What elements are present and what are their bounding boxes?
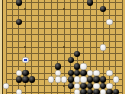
white-stone bbox=[93, 83, 99, 89]
black-stone bbox=[68, 57, 74, 63]
black-stone bbox=[87, 89, 93, 94]
black-stone bbox=[55, 63, 61, 69]
black-stone bbox=[93, 89, 99, 94]
black-stone bbox=[113, 89, 119, 94]
black-stone bbox=[74, 51, 80, 57]
white-stone bbox=[93, 70, 99, 76]
white-stone bbox=[61, 76, 67, 82]
black-stone bbox=[87, 0, 93, 6]
white-stone bbox=[106, 19, 112, 25]
white-stone bbox=[106, 70, 112, 76]
black-stone bbox=[100, 6, 106, 12]
grid-hline bbox=[6, 2, 123, 3]
black-stone bbox=[100, 76, 106, 82]
white-stone bbox=[80, 63, 86, 69]
star-point bbox=[63, 8, 65, 10]
white-stone bbox=[100, 44, 106, 50]
white-stone bbox=[113, 76, 119, 82]
grid-hline bbox=[6, 66, 123, 67]
black-stone bbox=[16, 76, 22, 82]
black-stone bbox=[16, 19, 22, 25]
white-stone bbox=[80, 76, 86, 82]
white-stone bbox=[74, 89, 80, 94]
go-board-screenshot bbox=[0, 0, 125, 94]
white-stone bbox=[48, 76, 54, 82]
white-stone bbox=[3, 83, 9, 89]
star-point bbox=[63, 85, 65, 87]
white-stone bbox=[16, 89, 22, 94]
black-stone bbox=[22, 76, 28, 82]
grid-hline bbox=[6, 28, 123, 29]
white-stone bbox=[55, 76, 61, 82]
last-move-marker bbox=[24, 59, 27, 62]
grid-hline bbox=[6, 53, 123, 54]
black-stone bbox=[68, 83, 74, 89]
go-board[interactable] bbox=[0, 0, 125, 94]
white-stone bbox=[87, 70, 93, 76]
grid-hline bbox=[6, 15, 123, 16]
grid-hline bbox=[6, 34, 123, 35]
grid-hline bbox=[6, 41, 123, 42]
black-stone bbox=[68, 76, 74, 82]
black-stone bbox=[74, 63, 80, 69]
white-stone bbox=[74, 76, 80, 82]
black-stone bbox=[80, 89, 86, 94]
white-stone bbox=[16, 70, 22, 76]
black-stone bbox=[106, 89, 112, 94]
board-left-edge bbox=[2, 0, 3, 94]
black-stone bbox=[29, 76, 35, 82]
white-stone bbox=[106, 83, 112, 89]
black-stone bbox=[93, 76, 99, 82]
black-stone bbox=[87, 76, 93, 82]
black-stone bbox=[16, 0, 22, 6]
white-stone bbox=[100, 89, 106, 94]
